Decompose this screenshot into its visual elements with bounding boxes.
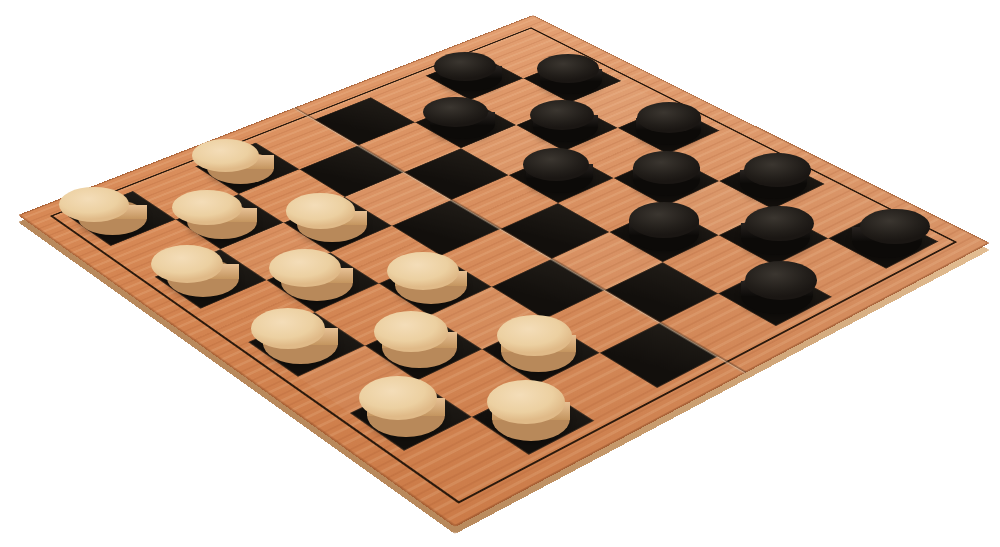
checkers-board — [18, 15, 990, 527]
board-grid — [68, 35, 938, 491]
checkers-product-photo: ⛂⛂⛂⛂⛂⛂⛂⛂⛂⛂⛂⛂⛀⛀⛀⛀⛀⛀⛀⛀⛀⛀⛀⛀ — [0, 0, 1000, 547]
